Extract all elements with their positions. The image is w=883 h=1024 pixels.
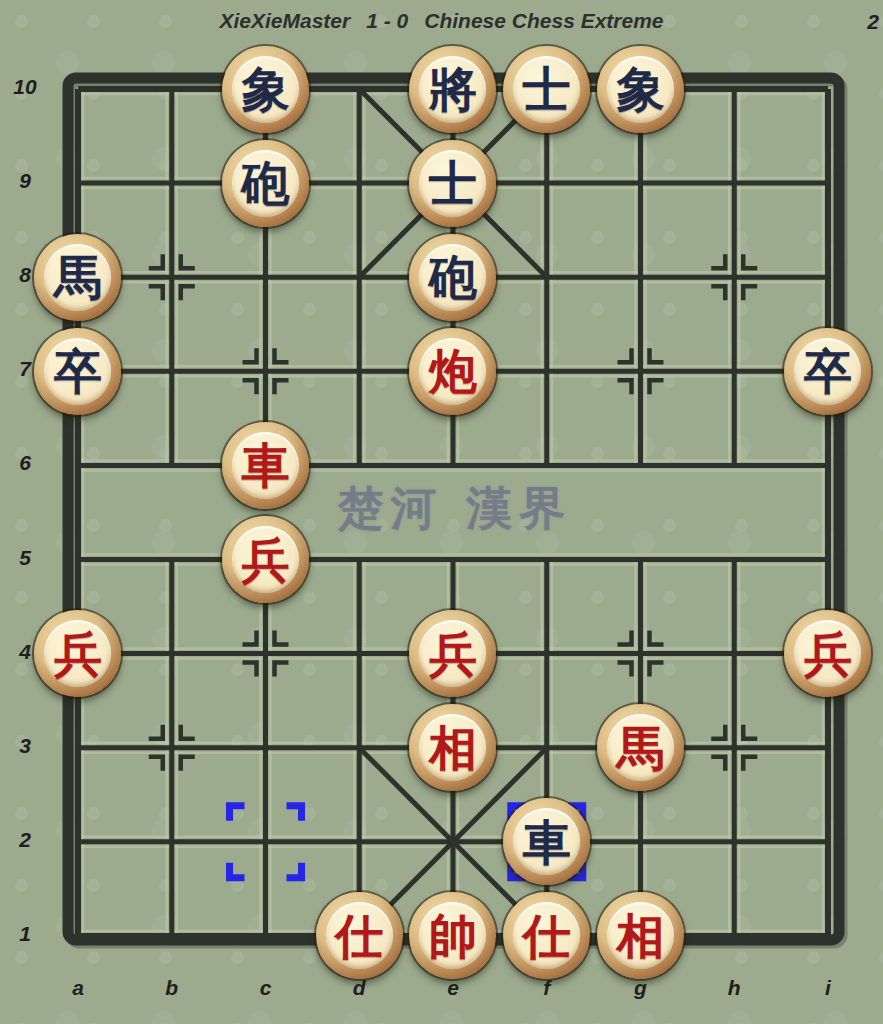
rank-label-9: 9 [4,169,46,197]
piece-red-general[interactable]: 帥 [409,892,496,979]
point-h7[interactable] [687,324,781,418]
piece-glyph: 馬 [616,724,664,772]
point-c3[interactable] [219,701,313,795]
point-b5[interactable] [125,512,219,606]
point-e9[interactable]: 士 [406,136,500,230]
point-g4[interactable] [594,607,688,701]
point-f8[interactable] [500,230,594,324]
point-e2[interactable] [406,795,500,889]
point-i9[interactable] [781,136,875,230]
point-i1[interactable] [781,889,875,983]
point-d4[interactable] [312,607,406,701]
piece-glyph: 兵 [804,630,852,678]
piece-face: 馬 [44,244,111,311]
point-d1[interactable]: 仕 [312,889,406,983]
point-h2[interactable] [687,795,781,889]
point-g10[interactable]: 象 [594,42,688,136]
file-label-c: c [246,976,286,1004]
piece-red-advisor[interactable]: 仕 [503,892,590,979]
piece-glyph: 卒 [54,347,102,395]
point-f3[interactable] [500,701,594,795]
piece-glyph: 相 [616,912,664,960]
piece-glyph: 車 [523,818,571,866]
point-i10[interactable] [781,42,875,136]
point-d5[interactable] [312,512,406,606]
piece-red-chariot[interactable]: 車 [222,422,309,509]
piece-face: 車 [232,432,299,499]
point-f6[interactable] [500,418,594,512]
point-e3[interactable]: 相 [406,701,500,795]
piece-black-chariot[interactable]: 車 [503,798,590,885]
point-h10[interactable] [687,42,781,136]
piece-glyph: 砲 [429,253,477,301]
point-c2[interactable] [219,795,313,889]
piece-red-soldier[interactable]: 兵 [34,610,121,697]
piece-red-soldier[interactable]: 兵 [784,610,871,697]
point-c9[interactable]: 砲 [219,136,313,230]
point-h1[interactable] [687,889,781,983]
rank-label-2: 2 [4,828,46,856]
piece-glyph: 卒 [804,347,852,395]
point-i3[interactable] [781,701,875,795]
point-c10[interactable]: 象 [219,42,313,136]
point-c7[interactable] [219,324,313,418]
point-e1[interactable]: 帥 [406,889,500,983]
point-h5[interactable] [687,512,781,606]
point-e7[interactable]: 炮 [406,324,500,418]
piece-face: 兵 [232,526,299,593]
piece-glyph: 象 [616,65,664,113]
file-label-a: a [58,976,98,1004]
point-f10[interactable]: 士 [500,42,594,136]
piece-red-cannon[interactable]: 炮 [409,328,496,415]
piece-black-soldier[interactable]: 卒 [784,328,871,415]
point-b10[interactable] [125,42,219,136]
piece-face: 相 [607,902,674,969]
rank-label-5: 5 [4,546,46,574]
file-label-f: f [527,976,567,1004]
red-player-name: XieXieMaster [219,9,350,33]
piece-red-elephant[interactable]: 相 [597,892,684,979]
point-b8[interactable] [125,230,219,324]
point-i6[interactable] [781,418,875,512]
piece-face: 炮 [419,338,486,405]
point-b3[interactable] [125,701,219,795]
piece-black-cannon[interactable]: 砲 [222,140,309,227]
piece-face: 將 [419,56,486,123]
point-e8[interactable]: 砲 [406,230,500,324]
point-b1[interactable] [125,889,219,983]
file-label-g: g [621,976,661,1004]
rank-label-10: 10 [4,75,46,103]
piece-black-elephant[interactable]: 象 [222,46,309,133]
piece-glyph: 炮 [429,347,477,395]
piece-red-soldier[interactable]: 兵 [222,516,309,603]
rank-label-8: 8 [4,263,46,291]
xiangqi-app: XieXieMaster 1 - 0 Chinese Chess Extreme… [0,0,883,1024]
piece-face: 卒 [794,338,861,405]
piece-red-soldier[interactable]: 兵 [409,610,496,697]
piece-face: 兵 [419,620,486,687]
piece-face: 象 [232,56,299,123]
point-f1[interactable]: 仕 [500,889,594,983]
piece-face: 士 [513,56,580,123]
piece-face: 仕 [513,902,580,969]
piece-black-horse[interactable]: 馬 [34,234,121,321]
point-e6[interactable] [406,418,500,512]
point-i5[interactable] [781,512,875,606]
piece-face: 仕 [326,902,393,969]
rank-label-4: 4 [4,640,46,668]
point-d2[interactable] [312,795,406,889]
piece-glyph: 將 [429,65,477,113]
point-d3[interactable] [312,701,406,795]
piece-face: 相 [419,714,486,781]
piece-glyph: 車 [241,441,289,489]
piece-glyph: 兵 [241,536,289,584]
piece-glyph: 馬 [54,253,102,301]
point-h9[interactable] [687,136,781,230]
piece-red-advisor[interactable]: 仕 [316,892,403,979]
point-i2[interactable] [781,795,875,889]
match-score: 1 - 0 [366,9,408,33]
rank-label-6: 6 [4,451,46,479]
point-h8[interactable] [687,230,781,324]
piece-black-soldier[interactable]: 卒 [34,328,121,415]
point-g8[interactable] [594,230,688,324]
piece-glyph: 兵 [429,630,477,678]
point-d6[interactable] [312,418,406,512]
point-d10[interactable] [312,42,406,136]
point-f4[interactable] [500,607,594,701]
point-g3[interactable]: 馬 [594,701,688,795]
file-label-d: d [339,976,379,1004]
piece-red-elephant[interactable]: 相 [409,704,496,791]
piece-face: 車 [513,808,580,875]
point-b2[interactable] [125,795,219,889]
point-f9[interactable] [500,136,594,230]
piece-glyph: 仕 [335,912,383,960]
rank-label-1: 1 [4,922,46,950]
file-label-i: i [808,976,848,1004]
file-label-b: b [152,976,192,1004]
piece-black-elephant[interactable]: 象 [597,46,684,133]
piece-glyph: 象 [241,65,289,113]
point-f5[interactable] [500,512,594,606]
point-g6[interactable] [594,418,688,512]
point-h3[interactable] [687,701,781,795]
point-c6[interactable]: 車 [219,418,313,512]
piece-glyph: 士 [523,65,571,113]
piece-black-general[interactable]: 將 [409,46,496,133]
point-g5[interactable] [594,512,688,606]
match-header: XieXieMaster 1 - 0 Chinese Chess Extreme [0,6,883,36]
rank-label-3: 3 [4,734,46,762]
piece-black-advisor[interactable]: 士 [503,46,590,133]
point-d8[interactable] [312,230,406,324]
piece-glyph: 砲 [241,159,289,207]
point-g7[interactable] [594,324,688,418]
point-d9[interactable] [312,136,406,230]
point-b6[interactable] [125,418,219,512]
piece-face: 卒 [44,338,111,405]
point-b9[interactable] [125,136,219,230]
piece-glyph: 兵 [54,630,102,678]
point-c5[interactable]: 兵 [219,512,313,606]
point-h4[interactable] [687,607,781,701]
point-c4[interactable] [219,607,313,701]
point-e4[interactable]: 兵 [406,607,500,701]
point-f2[interactable]: 車 [500,795,594,889]
file-label-h: h [714,976,754,1004]
piece-face: 砲 [232,150,299,217]
move-counter: 2 [867,10,879,34]
piece-glyph: 士 [429,159,477,207]
piece-face: 砲 [419,244,486,311]
point-b7[interactable] [125,324,219,418]
board-points: 象將士象砲士馬砲卒炮卒車兵兵兵兵相馬車仕帥仕相 [31,42,875,983]
point-i4[interactable]: 兵 [781,607,875,701]
point-i8[interactable] [781,230,875,324]
piece-face: 象 [607,56,674,123]
point-f7[interactable] [500,324,594,418]
black-player-name: Chinese Chess Extreme [424,9,663,33]
point-b4[interactable] [125,607,219,701]
piece-face: 士 [419,150,486,217]
piece-glyph: 帥 [429,912,477,960]
piece-red-horse[interactable]: 馬 [597,704,684,791]
piece-black-cannon[interactable]: 砲 [409,234,496,321]
piece-black-advisor[interactable]: 士 [409,140,496,227]
rank-label-7: 7 [4,357,46,385]
point-c8[interactable] [219,230,313,324]
point-g2[interactable] [594,795,688,889]
file-label-e: e [433,976,473,1004]
point-d7[interactable] [312,324,406,418]
point-i7[interactable]: 卒 [781,324,875,418]
piece-face: 帥 [419,902,486,969]
piece-glyph: 相 [429,724,477,772]
piece-glyph: 仕 [523,912,571,960]
point-h6[interactable] [687,418,781,512]
point-c1[interactable] [219,889,313,983]
point-g1[interactable]: 相 [594,889,688,983]
point-e5[interactable] [406,512,500,606]
point-e10[interactable]: 將 [406,42,500,136]
piece-face: 兵 [44,620,111,687]
piece-face: 馬 [607,714,674,781]
piece-face: 兵 [794,620,861,687]
point-g9[interactable] [594,136,688,230]
